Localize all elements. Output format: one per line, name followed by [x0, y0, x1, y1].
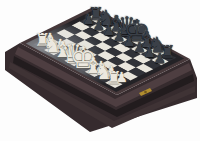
pieces-layer: ♜♞♝♛♚♝♞♜♟♟♟♟♟♟♟♟♟♟♟♟♟♟♟♟♜♞♝♛♚♝♞♜ — [0, 0, 200, 141]
piece-white-rook-h1[interactable]: ♜ — [106, 70, 122, 88]
product-photo: ♜♞♝♛♚♝♞♜♟♟♟♟♟♟♟♟♟♟♟♟♟♟♟♟♜♞♝♛♚♝♞♜ — [0, 0, 200, 141]
piece-black-pawn-h7[interactable]: ♟ — [154, 50, 167, 64]
